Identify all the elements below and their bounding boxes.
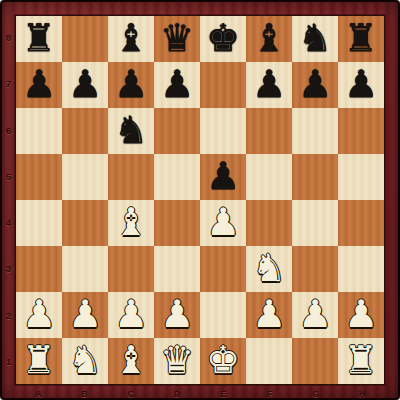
square-c3[interactable] [108,246,154,292]
black-rook[interactable]: ♜ [22,19,56,57]
rank-label-3: 3 [2,246,15,292]
black-pawn[interactable]: ♟ [206,157,240,195]
square-f7[interactable]: ♟ [246,62,292,108]
chess-board: ♜♝♛♚♝♞♜♟♟♟♟♟♟♟♞♟♝♟♞♟♟♟♟♟♟♟♜♞♝♛♚♜ [15,15,385,385]
square-e7[interactable] [200,62,246,108]
black-bishop[interactable]: ♝ [252,19,286,57]
square-h2[interactable]: ♟ [338,292,384,338]
square-d2[interactable]: ♟ [154,292,200,338]
square-g2[interactable]: ♟ [292,292,338,338]
black-pawn[interactable]: ♟ [68,65,102,103]
rank-label-8: 8 [2,15,15,61]
black-king[interactable]: ♚ [206,19,240,57]
square-d5[interactable] [154,154,200,200]
square-h3[interactable] [338,246,384,292]
square-c7[interactable]: ♟ [108,62,154,108]
square-c1[interactable]: ♝ [108,338,154,384]
file-label-g: G [293,386,339,400]
white-king[interactable]: ♚ [206,341,240,379]
square-f2[interactable]: ♟ [246,292,292,338]
black-pawn[interactable]: ♟ [114,65,148,103]
square-e6[interactable] [200,108,246,154]
square-e4[interactable]: ♟ [200,200,246,246]
black-pawn[interactable]: ♟ [344,65,378,103]
chess-board-frame: ♜♝♛♚♝♞♜♟♟♟♟♟♟♟♞♟♝♟♞♟♟♟♟♟♟♟♜♞♝♛♚♜ 8765432… [0,0,400,400]
black-rook[interactable]: ♜ [344,19,378,57]
white-bishop[interactable]: ♝ [114,203,148,241]
file-label-c: C [108,386,154,400]
square-d8[interactable]: ♛ [154,16,200,62]
file-label-e: E [200,386,246,400]
white-pawn[interactable]: ♟ [114,295,148,333]
square-a2[interactable]: ♟ [16,292,62,338]
square-g3[interactable] [292,246,338,292]
square-d6[interactable] [154,108,200,154]
white-queen[interactable]: ♛ [160,341,194,379]
square-e3[interactable] [200,246,246,292]
square-g7[interactable]: ♟ [292,62,338,108]
square-d4[interactable] [154,200,200,246]
square-c2[interactable]: ♟ [108,292,154,338]
square-e5[interactable]: ♟ [200,154,246,200]
black-bishop[interactable]: ♝ [114,19,148,57]
white-pawn[interactable]: ♟ [298,295,332,333]
square-b2[interactable]: ♟ [62,292,108,338]
file-label-d: D [154,386,200,400]
square-a3[interactable] [16,246,62,292]
square-g4[interactable] [292,200,338,246]
square-d3[interactable] [154,246,200,292]
square-g5[interactable] [292,154,338,200]
black-queen[interactable]: ♛ [160,19,194,57]
square-c8[interactable]: ♝ [108,16,154,62]
square-b4[interactable] [62,200,108,246]
square-f3[interactable]: ♞ [246,246,292,292]
square-e8[interactable]: ♚ [200,16,246,62]
square-b7[interactable]: ♟ [62,62,108,108]
square-a1[interactable]: ♜ [16,338,62,384]
square-c5[interactable] [108,154,154,200]
file-label-a: A [15,386,61,400]
square-f4[interactable] [246,200,292,246]
white-pawn[interactable]: ♟ [344,295,378,333]
square-b5[interactable] [62,154,108,200]
square-h7[interactable]: ♟ [338,62,384,108]
square-g8[interactable]: ♞ [292,16,338,62]
black-knight[interactable]: ♞ [114,111,148,149]
square-d7[interactable]: ♟ [154,62,200,108]
square-f5[interactable] [246,154,292,200]
white-pawn[interactable]: ♟ [252,295,286,333]
white-knight[interactable]: ♞ [68,341,102,379]
square-a7[interactable]: ♟ [16,62,62,108]
square-f1[interactable] [246,338,292,384]
white-pawn[interactable]: ♟ [68,295,102,333]
square-b1[interactable]: ♞ [62,338,108,384]
white-bishop[interactable]: ♝ [114,341,148,379]
file-label-h: H [339,386,385,400]
square-a4[interactable] [16,200,62,246]
square-b3[interactable] [62,246,108,292]
square-h6[interactable] [338,108,384,154]
square-g1[interactable] [292,338,338,384]
white-pawn[interactable]: ♟ [160,295,194,333]
square-b8[interactable] [62,16,108,62]
rank-label-7: 7 [2,61,15,107]
black-knight[interactable]: ♞ [298,19,332,57]
square-c6[interactable]: ♞ [108,108,154,154]
square-g6[interactable] [292,108,338,154]
white-knight[interactable]: ♞ [252,249,286,287]
square-e1[interactable]: ♚ [200,338,246,384]
square-a5[interactable] [16,154,62,200]
black-pawn[interactable]: ♟ [22,65,56,103]
black-pawn[interactable]: ♟ [252,65,286,103]
file-label-b: B [61,386,107,400]
rank-label-1: 1 [2,339,15,385]
black-pawn[interactable]: ♟ [298,65,332,103]
square-f6[interactable] [246,108,292,154]
white-pawn[interactable]: ♟ [206,203,240,241]
square-a8[interactable]: ♜ [16,16,62,62]
square-a6[interactable] [16,108,62,154]
white-pawn[interactable]: ♟ [22,295,56,333]
rank-label-4: 4 [2,200,15,246]
white-rook[interactable]: ♜ [344,341,378,379]
rank-label-5: 5 [2,154,15,200]
black-pawn[interactable]: ♟ [160,65,194,103]
square-d1[interactable]: ♛ [154,338,200,384]
square-h4[interactable] [338,200,384,246]
square-e2[interactable] [200,292,246,338]
file-label-f: F [246,386,292,400]
square-h8[interactable]: ♜ [338,16,384,62]
square-f8[interactable]: ♝ [246,16,292,62]
square-h1[interactable]: ♜ [338,338,384,384]
white-rook[interactable]: ♜ [22,341,56,379]
square-b6[interactable] [62,108,108,154]
square-h5[interactable] [338,154,384,200]
rank-label-6: 6 [2,108,15,154]
rank-label-2: 2 [2,293,15,339]
square-c4[interactable]: ♝ [108,200,154,246]
